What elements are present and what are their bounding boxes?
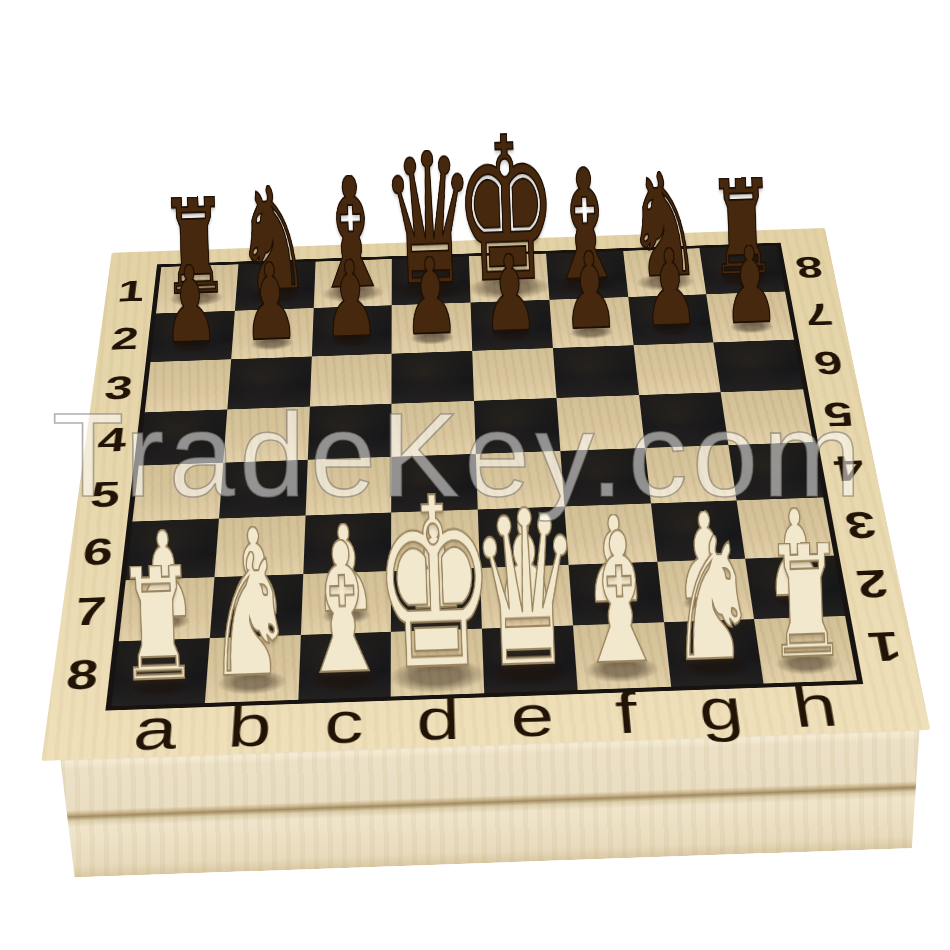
square-a2[interactable]	[151, 311, 235, 362]
square-a3[interactable]	[145, 359, 231, 413]
square-e3[interactable]	[472, 348, 556, 401]
piece-light-knight-b8[interactable]: ♞	[204, 549, 297, 684]
piece-light-knight-g8[interactable]: ♞	[666, 533, 759, 668]
square-d3[interactable]	[392, 351, 474, 404]
square-f2[interactable]	[549, 297, 633, 348]
chess-board: 1234567887654321abcdefgh ♜♞♝♛♚♝♞♜♟♟♟♟♟♟♟…	[41, 228, 930, 761]
square-g4[interactable]	[639, 392, 729, 448]
rank-label-right-8: 8	[793, 252, 825, 282]
rank-label-left-3: 3	[103, 371, 135, 404]
square-b4[interactable]	[223, 407, 309, 463]
square-g2[interactable]	[628, 294, 714, 345]
square-h4[interactable]	[721, 390, 813, 446]
square-h3[interactable]	[714, 339, 804, 392]
square-f4[interactable]	[556, 395, 644, 451]
rank-label-left-4: 4	[96, 423, 129, 458]
product-photo-scene: 1234567887654321abcdefgh ♜♞♝♛♚♝♞♜♟♟♟♟♟♟♟…	[0, 0, 950, 950]
square-f3[interactable]	[553, 345, 639, 398]
square-e2[interactable]	[471, 300, 553, 351]
piece-light-rook-a8[interactable]: ♜	[115, 564, 200, 688]
square-g3[interactable]	[633, 342, 721, 395]
rank-label-left-2: 2	[110, 323, 141, 355]
square-c2[interactable]	[311, 305, 392, 356]
board-and-box: 1234567887654321abcdefgh ♜♞♝♛♚♝♞♜♟♟♟♟♟♟♟…	[0, 0, 950, 950]
square-a4[interactable]	[139, 410, 227, 466]
square-h2[interactable]	[706, 291, 793, 342]
square-b3[interactable]	[227, 356, 311, 409]
square-d2[interactable]	[392, 302, 472, 353]
piece-light-bishop-f8[interactable]: ♝	[571, 528, 670, 672]
piece-light-queen-e8[interactable]: ♛	[468, 504, 585, 675]
rank-label-left-1: 1	[116, 276, 146, 306]
square-c3[interactable]	[309, 353, 391, 406]
piece-light-rook-h8[interactable]: ♜	[763, 541, 848, 665]
square-b2[interactable]	[231, 308, 313, 359]
